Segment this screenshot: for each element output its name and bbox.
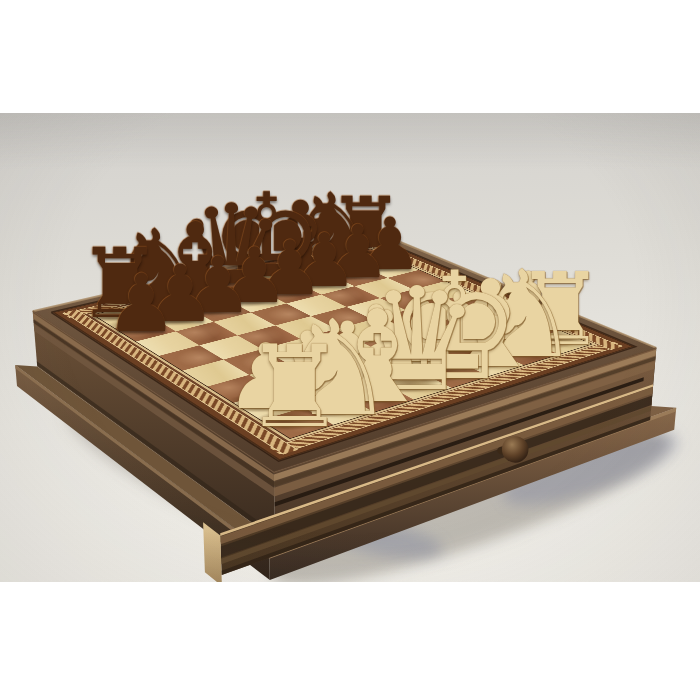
drawer-knob (502, 436, 529, 463)
chess-set-product-photo: ♜♞♝♛♚♝♞♜♟♟♟♟♟♟♟♟♟♟♟♟♟♟♟♟♜♞♝♛♚♝♞♜ (0, 0, 700, 700)
